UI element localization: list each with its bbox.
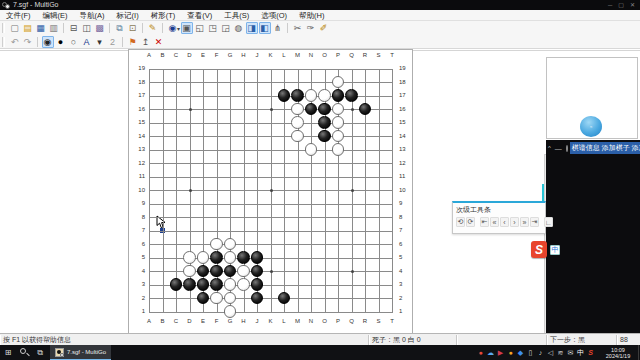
game-info-edit[interactable]: ✎ <box>147 22 159 34</box>
taskbar-clock: 10:09 2024/1/19 <box>601 347 635 359</box>
menu-item-4[interactable]: 标记(I) <box>111 10 145 21</box>
white-stone-O17 <box>318 89 331 102</box>
column-label-S: S <box>372 318 386 324</box>
multigo-taskbar-icon <box>55 348 64 357</box>
pass-move[interactable]: ↥ <box>140 36 152 48</box>
replay-back[interactable]: ⟲ <box>456 217 465 227</box>
edit-toolbar: ↶↷◉●○A▾2⚑↥✕ <box>0 35 640 49</box>
row-label-9: 9 <box>133 200 145 206</box>
column-label-C: C <box>169 52 183 58</box>
board-quarter[interactable]: ◲ <box>220 22 232 34</box>
black-stone-J5 <box>251 251 264 264</box>
start-button[interactable]: ⊞ <box>0 345 16 360</box>
column-label-N: N <box>304 318 318 324</box>
tray-network[interactable]: ≋ <box>556 347 565 358</box>
row-label-1: 1 <box>399 308 411 314</box>
column-label-G: G <box>223 52 237 58</box>
redo[interactable]: ↷ <box>22 36 34 48</box>
black-stone-icon <box>566 145 568 152</box>
row-label-11: 11 <box>133 173 145 179</box>
white-stone-F6 <box>210 238 223 251</box>
row-label-2: 2 <box>399 295 411 301</box>
row-label-1: 1 <box>133 308 145 314</box>
column-label-D: D <box>183 52 197 58</box>
column-label-J: J <box>250 52 264 58</box>
print[interactable]: ⊟ <box>68 22 80 34</box>
row-label-12: 12 <box>133 160 145 166</box>
status-help-text: 按 F1 以获得帮助信息 <box>0 335 369 345</box>
copy-board-image[interactable]: ▩ <box>94 22 106 34</box>
window-title: 7.sgf - MultiGo <box>13 0 59 10</box>
add-black-stone[interactable]: ● <box>55 36 67 48</box>
star-point <box>270 189 273 192</box>
row-label-8: 8 <box>133 214 145 220</box>
menu-item-1[interactable]: 文件(F) <box>0 10 37 21</box>
print-preview[interactable]: ◫ <box>81 22 93 34</box>
black-stone-L17 <box>278 89 291 102</box>
board-half-bottom[interactable]: ◳ <box>207 22 219 34</box>
white-stone-E5 <box>197 251 210 264</box>
column-label-J: J <box>250 318 264 324</box>
tree-view[interactable]: ⋔ <box>272 22 284 34</box>
mark-flag[interactable]: ⚑ <box>127 36 139 48</box>
back-10-moves[interactable]: « <box>490 217 499 227</box>
client-area: AABBCCDDEEFFGGHHJJKKLLMMNNOOPPQQRRSSTT19… <box>0 50 640 333</box>
tray-shield[interactable]: ◆ <box>516 347 525 358</box>
tray-video[interactable]: ▶ <box>496 347 505 358</box>
draw-tool[interactable]: ✐ <box>318 22 330 34</box>
overlay-panel: ≈ <box>546 57 638 139</box>
row-label-7: 7 <box>399 227 411 233</box>
column-label-R: R <box>358 52 372 58</box>
paste[interactable]: ⊡ <box>127 22 139 34</box>
column-label-C: C <box>169 318 183 324</box>
column-label-G: G <box>223 318 237 324</box>
star-point <box>270 108 273 111</box>
add-white-stone[interactable]: ○ <box>68 36 80 48</box>
row-label-10: 10 <box>133 187 145 193</box>
menu-item-2[interactable]: 编辑(E) <box>37 10 74 21</box>
row-label-2: 2 <box>133 295 145 301</box>
row-label-17: 17 <box>399 92 411 98</box>
white-stone-H4 <box>237 265 250 278</box>
column-label-T: T <box>385 318 399 324</box>
grid-line <box>149 231 393 232</box>
grid-line <box>149 244 393 245</box>
black-stone-E3 <box>197 278 210 291</box>
column-label-E: E <box>196 318 210 324</box>
white-stone-N17 <box>305 89 318 102</box>
row-label-18: 18 <box>133 79 145 85</box>
column-label-K: K <box>264 318 278 324</box>
toolbar-separator <box>37 37 38 47</box>
grid-line <box>149 298 393 299</box>
row-label-11: 11 <box>399 173 411 179</box>
white-stone-H3 <box>237 278 250 291</box>
white-stone-N13 <box>305 143 318 156</box>
column-label-H: H <box>237 52 251 58</box>
black-stone-R16 <box>359 103 372 116</box>
tray-netease[interactable]: ● <box>476 347 485 358</box>
white-stone-M15 <box>291 116 304 129</box>
copy[interactable]: ⧉ <box>114 22 126 34</box>
toolbar-separator <box>287 23 288 33</box>
column-label-M: M <box>291 52 305 58</box>
column-label-L: L <box>277 318 291 324</box>
row-label-4: 4 <box>399 268 411 274</box>
status-bar: 按 F1 以获得帮助信息 死子：黑 0 白 0 下一步：黑 88 <box>0 333 640 345</box>
row-label-8: 8 <box>399 214 411 220</box>
toolbar-separator <box>122 37 123 47</box>
toolbar-grip[interactable] <box>2 37 5 47</box>
star-point <box>189 108 192 111</box>
star-point <box>189 189 192 192</box>
row-label-16: 16 <box>133 106 145 112</box>
tray-speaker[interactable]: ◁ <box>546 347 555 358</box>
forward-1-move[interactable]: › <box>510 217 519 227</box>
context-help[interactable]: ✑ <box>305 22 317 34</box>
white-stone-G1 <box>224 305 237 318</box>
label-letter[interactable]: A <box>81 36 93 48</box>
column-label-S: S <box>372 52 386 58</box>
white-stone-G2 <box>224 292 237 305</box>
row-label-19: 19 <box>133 65 145 71</box>
first-move[interactable]: ⇤ <box>480 217 489 227</box>
column-label-N: N <box>304 52 318 58</box>
black-stone-F4 <box>210 265 223 278</box>
white-stone-G6 <box>224 238 237 251</box>
flip-board[interactable]: ◧ <box>259 22 271 34</box>
menu-item-3[interactable]: 导航(A) <box>74 10 111 21</box>
black-stone-O14 <box>318 130 331 143</box>
row-label-7: 7 <box>133 227 145 233</box>
status-captures: 死子：黑 0 白 0 <box>369 335 457 345</box>
black-stone-O15 <box>318 116 331 129</box>
black-stone-F3 <box>210 278 223 291</box>
sound-toggle[interactable]: ◍ <box>233 22 245 34</box>
row-label-14: 14 <box>399 133 411 139</box>
secondary-toolbar-window: 次级工具条 ⟲⟳⇤«‹›»⇥∟ <box>452 201 546 234</box>
coords-toggle[interactable]: ◨ <box>246 22 258 34</box>
dark-side-panel: ^ — 棋谱信息 添加棋子 添加标 <box>546 140 640 333</box>
black-stone-D3 <box>183 278 196 291</box>
black-stone-J2 <box>251 292 264 305</box>
white-stone-D4 <box>183 265 196 278</box>
undo[interactable]: ↶ <box>9 36 21 48</box>
column-label-P: P <box>331 318 345 324</box>
menu-item-5[interactable]: 树形(T) <box>145 10 182 21</box>
row-label-14: 14 <box>133 133 145 139</box>
dash-icon: — <box>555 145 562 152</box>
grid-line <box>284 69 285 313</box>
taskbar: ⊞ ⧉ 7.sgf - MultiGo ●☁▶●◆▯♪◁≋✉中S 10:09 2… <box>0 345 640 360</box>
star-point <box>270 270 273 273</box>
caret-icon[interactable]: ^ <box>548 145 551 151</box>
highlighted-text[interactable]: 棋谱信息 添加棋子 添加标 <box>570 142 640 154</box>
column-label-E: E <box>196 52 210 58</box>
search-icon[interactable] <box>16 345 32 360</box>
new-file[interactable]: ▢ <box>9 22 21 34</box>
row-label-3: 3 <box>399 281 411 287</box>
black-stone-J3 <box>251 278 264 291</box>
board-whole[interactable]: ▣ <box>181 22 193 34</box>
column-label-H: H <box>237 318 251 324</box>
star-point <box>351 270 354 273</box>
secondary-toolbar-title: 次级工具条 <box>453 203 545 215</box>
row-label-17: 17 <box>133 92 145 98</box>
row-label-6: 6 <box>133 241 145 247</box>
status-next-move: 下一步：黑 <box>547 335 617 345</box>
grid-line <box>149 312 393 313</box>
system-tray: ●☁▶●◆▯♪◁≋✉中S <box>476 347 595 358</box>
black-stone-F5 <box>210 251 223 264</box>
white-stone-P14 <box>332 130 345 143</box>
black-stone-E2 <box>197 292 210 305</box>
label-dropdown[interactable]: ▾ <box>94 36 106 48</box>
tray-sogou-s[interactable]: S <box>586 347 595 358</box>
play-mode-dropdown-icon[interactable]: ▾ <box>177 25 180 32</box>
column-label-K: K <box>264 52 278 58</box>
column-label-P: P <box>331 52 345 58</box>
delete-node[interactable]: ✕ <box>153 36 165 48</box>
clock-date: 2024/1/19 <box>601 353 635 359</box>
column-label-L: L <box>277 52 291 58</box>
row-label-12: 12 <box>399 160 411 166</box>
row-label-16: 16 <box>399 106 411 112</box>
row-label-5: 5 <box>399 254 411 260</box>
taskbar-app-multigo[interactable]: 7.sgf - MultiGo <box>50 345 111 360</box>
white-stone-D5 <box>183 251 196 264</box>
column-label-O: O <box>318 318 332 324</box>
white-stone-G5 <box>224 251 237 264</box>
toolbar-separator <box>142 23 143 33</box>
white-stone-F2 <box>210 292 223 305</box>
white-stone-P16 <box>332 103 345 116</box>
white-stone-M14 <box>291 130 304 143</box>
toolbar-separator <box>109 23 110 33</box>
bluecircle-logo: ≈ <box>580 116 602 137</box>
move-number[interactable]: 2 <box>107 36 119 48</box>
white-stone-G3 <box>224 278 237 291</box>
menu-item-6[interactable]: 查看(V) <box>181 10 218 21</box>
menu-item-8[interactable]: 选项(O) <box>255 10 293 21</box>
grid-line <box>379 69 380 313</box>
row-label-18: 18 <box>399 79 411 85</box>
star-point <box>351 108 354 111</box>
row-label-6: 6 <box>399 241 411 247</box>
white-stone-P15 <box>332 116 345 129</box>
column-label-Q: Q <box>345 318 359 324</box>
black-stone-H5 <box>237 251 250 264</box>
black-stone-E4 <box>197 265 210 278</box>
task-view-icon[interactable]: ⧉ <box>32 345 48 360</box>
save-as[interactable]: ▥ <box>48 22 60 34</box>
black-stone-L2 <box>278 292 291 305</box>
menu-bar: 文件(F)编辑(E)导航(A)标记(I)树形(T)查看(V)工具(S)选项(O)… <box>0 10 640 21</box>
column-label-A: A <box>142 318 156 324</box>
menu-item-7[interactable]: 工具(S) <box>218 10 255 21</box>
black-stone-N16 <box>305 103 318 116</box>
last-move[interactable]: ⇥ <box>530 217 539 227</box>
column-label-T: T <box>385 52 399 58</box>
status-spare-pane <box>457 335 547 345</box>
grid-line <box>149 204 393 205</box>
main-toolbar: ▢▤▦▥⊟◫▩⧉⊡✎◉▾▣◱◳◲◍◨◧⋔✂✑✐ <box>0 21 640 35</box>
status-move-number: 88 <box>617 335 640 345</box>
row-label-19: 19 <box>399 65 411 71</box>
sogou-input-icon[interactable]: S <box>531 241 547 258</box>
open-file[interactable]: ▤ <box>22 22 34 34</box>
black-stone-O16 <box>318 103 331 116</box>
ime-mode-badge[interactable]: 中 <box>550 245 560 255</box>
forward-10-moves[interactable]: » <box>520 217 529 227</box>
row-label-13: 13 <box>399 146 411 152</box>
back-1-move[interactable]: ‹ <box>500 217 509 227</box>
column-label-A: A <box>142 52 156 58</box>
black-stone-C3 <box>170 278 183 291</box>
tray-phone[interactable]: ▯ <box>526 347 535 358</box>
desktop: 7.sgf - MultiGo ─ ▢ ✕ 文件(F)编辑(E)导航(A)标记(… <box>0 0 640 360</box>
replay-forward[interactable]: ⟳ <box>466 217 475 227</box>
white-stone-P13 <box>332 143 345 156</box>
cut-moves[interactable]: ✂ <box>292 22 304 34</box>
tray-ime[interactable]: 中 <box>576 347 585 358</box>
grid-line <box>149 217 393 218</box>
tray-sogou-dog[interactable]: ● <box>506 347 515 358</box>
title-bar: 7.sgf - MultiGo ─ ▢ ✕ <box>0 0 640 10</box>
row-label-4: 4 <box>133 268 145 274</box>
column-label-Q: Q <box>345 52 359 58</box>
column-label-F: F <box>210 52 224 58</box>
column-label-B: B <box>156 318 170 324</box>
row-label-9: 9 <box>399 200 411 206</box>
row-label-15: 15 <box>399 119 411 125</box>
white-stone-P18 <box>332 76 345 89</box>
tray-cloud[interactable]: ☁ <box>486 347 495 358</box>
close-button[interactable]: ✕ <box>630 0 635 10</box>
minimize-button[interactable]: ─ <box>608 0 612 10</box>
toolbar-grip[interactable] <box>2 23 5 33</box>
toolbar-separator <box>162 23 163 33</box>
save-file[interactable]: ▦ <box>35 22 47 34</box>
branch-end[interactable]: ∟ <box>544 217 553 227</box>
column-label-O: O <box>318 52 332 58</box>
column-label-B: B <box>156 52 170 58</box>
black-stone-G4 <box>224 265 237 278</box>
column-label-F: F <box>210 318 224 324</box>
go-board[interactable]: AABBCCDDEEFFGGHHJJKKLLMMNNOOPPQQRRSSTT19… <box>128 49 413 335</box>
row-label-13: 13 <box>133 146 145 152</box>
menu-item-9[interactable]: 帮助(H) <box>293 10 330 21</box>
black-stone-J4 <box>251 265 264 278</box>
maximize-button[interactable]: ▢ <box>618 0 624 10</box>
black-stone-P17 <box>332 89 345 102</box>
row-label-15: 15 <box>133 119 145 125</box>
tray-mic[interactable]: ♪ <box>536 347 545 358</box>
row-label-10: 10 <box>399 187 411 193</box>
row-label-5: 5 <box>133 254 145 260</box>
column-label-D: D <box>183 318 197 324</box>
black-stone-Q17 <box>345 89 358 102</box>
app-icon <box>2 1 10 9</box>
row-label-3: 3 <box>133 281 145 287</box>
board-half-top[interactable]: ◱ <box>194 22 206 34</box>
column-label-R: R <box>358 318 372 324</box>
stone-edit-mode[interactable]: ◉ <box>42 36 54 48</box>
grid-line <box>392 69 393 313</box>
black-stone-M17 <box>291 89 304 102</box>
toolbar-separator <box>63 23 64 33</box>
column-label-M: M <box>291 318 305 324</box>
tray-mail[interactable]: ✉ <box>566 347 575 358</box>
star-point <box>351 189 354 192</box>
white-stone-M16 <box>291 103 304 116</box>
